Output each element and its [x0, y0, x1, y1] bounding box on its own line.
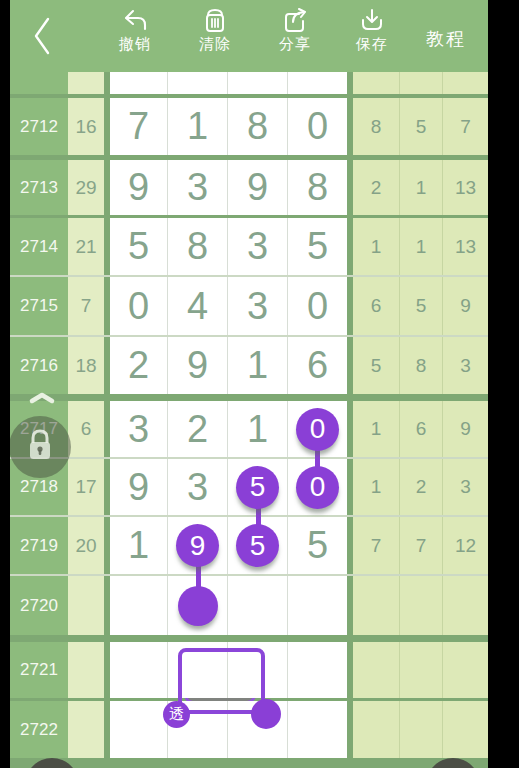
- digit-cell[interactable]: 3: [228, 277, 288, 335]
- circled-digit[interactable]: 9: [176, 524, 219, 567]
- stat-value: 3: [443, 337, 488, 394]
- stat-value: 3: [443, 459, 488, 515]
- table-row: 27132993982113: [10, 160, 488, 215]
- back-button[interactable]: [32, 16, 54, 56]
- digit-cell[interactable]: [110, 576, 168, 635]
- digit-cell[interactable]: 9: [228, 160, 288, 215]
- digit-cell[interactable]: 8: [288, 160, 347, 215]
- period-label: 2721: [10, 642, 68, 698]
- stat-value: 13: [443, 160, 488, 215]
- digit-cell[interactable]: 1: [110, 517, 168, 574]
- stat-value: [443, 576, 488, 635]
- digit-cell[interactable]: 9: [110, 160, 168, 215]
- stat-value: 2: [400, 459, 443, 515]
- digit-cell[interactable]: 3: [228, 218, 288, 275]
- digit-cell[interactable]: 5: [288, 517, 347, 574]
- sum-value: 7: [68, 277, 104, 335]
- digit-cell[interactable]: 0: [110, 277, 168, 335]
- stat-value: [353, 576, 400, 635]
- digit-cell[interactable]: 4: [168, 277, 228, 335]
- toolbar: 撤销 清除 分享: [10, 0, 488, 72]
- save-label: 保存: [340, 35, 404, 54]
- clear-label: 清除: [183, 35, 247, 54]
- stat-value: 1: [400, 218, 443, 275]
- stat-value: 1: [353, 459, 400, 515]
- digit-cell[interactable]: [228, 642, 288, 698]
- stat-value: 7: [353, 517, 400, 574]
- digit-cell[interactable]: [228, 72, 288, 94]
- row-separator: [10, 758, 488, 768]
- table-row-partial: [10, 72, 488, 94]
- digit-cell[interactable]: 1: [168, 98, 228, 155]
- stat-value: [400, 701, 443, 758]
- digit-cell[interactable]: 3: [168, 160, 228, 215]
- digit-cell[interactable]: 0: [288, 459, 347, 515]
- table-row: 2712167180857: [10, 98, 488, 155]
- sum-value: 16: [68, 98, 104, 155]
- circled-digit[interactable]: 5: [236, 466, 279, 509]
- circled-digit[interactable]: 5: [236, 524, 279, 567]
- stat-value: 7: [400, 517, 443, 574]
- digit-cell[interactable]: 5: [228, 517, 288, 574]
- stat-value: 13: [443, 218, 488, 275]
- stat-value: [400, 72, 443, 94]
- undo-button[interactable]: 撤销: [103, 8, 167, 54]
- digit-cell[interactable]: 9: [168, 337, 228, 394]
- circled-digit[interactable]: 0: [296, 466, 339, 509]
- table-row: 271763210169: [10, 401, 488, 457]
- digit-cell[interactable]: [228, 576, 288, 635]
- sum-value: [68, 642, 104, 698]
- stat-value: 1: [353, 401, 400, 457]
- digit-cell[interactable]: [288, 642, 347, 698]
- digit-cell[interactable]: [110, 72, 168, 94]
- stat-value: [443, 642, 488, 698]
- stat-value: [443, 701, 488, 758]
- digit-cell[interactable]: [168, 642, 228, 698]
- digit-cell[interactable]: 5: [288, 218, 347, 275]
- table-row: 2716182916583: [10, 337, 488, 394]
- period-label: [10, 72, 68, 94]
- sum-value: 21: [68, 218, 104, 275]
- stat-value: [443, 72, 488, 94]
- table-row: 27192019557712: [10, 517, 488, 574]
- stat-value: 1: [353, 218, 400, 275]
- back-chevron-icon: [32, 42, 54, 59]
- digit-cell[interactable]: 9: [110, 459, 168, 515]
- digit-cell[interactable]: [288, 701, 347, 758]
- stat-value: 12: [443, 517, 488, 574]
- period-label: 2712: [10, 98, 68, 155]
- share-button[interactable]: 分享: [263, 8, 327, 54]
- digit-cell[interactable]: [228, 701, 288, 758]
- sum-value: 29: [68, 160, 104, 215]
- stat-value: 6: [400, 401, 443, 457]
- row-separator: [10, 394, 488, 401]
- period-label: 2720: [10, 576, 68, 635]
- stat-value: [353, 642, 400, 698]
- stat-value: 5: [400, 277, 443, 335]
- digit-cell[interactable]: [288, 576, 347, 635]
- stat-value: 9: [443, 277, 488, 335]
- stat-value: 2: [353, 160, 400, 215]
- stat-value: 7: [443, 98, 488, 155]
- stat-value: 5: [400, 98, 443, 155]
- period-label: 2719: [10, 517, 68, 574]
- row-separator: [10, 635, 488, 642]
- digit-cell[interactable]: [168, 576, 228, 635]
- app-window: 撤销 清除 分享: [10, 0, 488, 768]
- clear-button[interactable]: 清除: [183, 8, 247, 54]
- stat-value: 8: [400, 337, 443, 394]
- sum-value: [68, 576, 104, 635]
- digit-cell[interactable]: 6: [288, 337, 347, 394]
- table-row: 27142158351113: [10, 218, 488, 275]
- digit-cell[interactable]: 3: [110, 401, 168, 457]
- digit-cell[interactable]: 0: [288, 401, 347, 457]
- trash-icon: [183, 8, 247, 34]
- digit-cell[interactable]: 2: [168, 401, 228, 457]
- period-label: 2715: [10, 277, 68, 335]
- sum-value: 6: [68, 401, 104, 457]
- stat-value: 9: [443, 401, 488, 457]
- table-row: 2722: [10, 701, 488, 758]
- tutorial-button[interactable]: 教程: [416, 27, 476, 51]
- sum-value: [68, 701, 104, 758]
- stat-value: 6: [353, 277, 400, 335]
- sum-value: 17: [68, 459, 104, 515]
- digit-cell[interactable]: 2: [110, 337, 168, 394]
- digit-cell[interactable]: 7: [110, 98, 168, 155]
- digit-cell[interactable]: 5: [228, 459, 288, 515]
- annotation-dot[interactable]: [178, 586, 218, 626]
- sum-value: 20: [68, 517, 104, 574]
- trend-chart-table: 19百透 27121671808572713299398211327142158…: [10, 72, 488, 768]
- undo-icon: [103, 8, 167, 34]
- share-icon: [263, 8, 327, 34]
- save-button[interactable]: 保存: [340, 8, 404, 54]
- sum-value: [68, 72, 104, 94]
- digit-cell[interactable]: [288, 72, 347, 94]
- digit-cell[interactable]: 8: [228, 98, 288, 155]
- digit-cell[interactable]: 3: [168, 459, 228, 515]
- share-label: 分享: [263, 35, 327, 54]
- digit-cell[interactable]: 9: [168, 517, 228, 574]
- period-label: 2722: [10, 701, 68, 758]
- stat-value: [400, 576, 443, 635]
- stat-value: [353, 701, 400, 758]
- stat-value: 1: [400, 160, 443, 215]
- lock-button[interactable]: [10, 416, 71, 478]
- digit-cell[interactable]: [168, 72, 228, 94]
- digit-cell[interactable]: [110, 642, 168, 698]
- digit-cell[interactable]: 0: [288, 98, 347, 155]
- sum-value: 18: [68, 337, 104, 394]
- table-row: 2721: [10, 642, 488, 698]
- stat-value: 8: [353, 98, 400, 155]
- digit-cell[interactable]: 1: [228, 337, 288, 394]
- stat-value: [400, 642, 443, 698]
- digit-cell[interactable]: 0: [288, 277, 347, 335]
- digit-cell[interactable]: [110, 701, 168, 758]
- table-row: 271570430659: [10, 277, 488, 335]
- digit-cell[interactable]: 8: [168, 218, 228, 275]
- download-icon: [340, 8, 404, 34]
- digit-cell[interactable]: 5: [110, 218, 168, 275]
- table-row: 2718179350123: [10, 459, 488, 515]
- lock-icon: [23, 427, 57, 467]
- stat-value: 5: [353, 337, 400, 394]
- digit-cell[interactable]: 1: [228, 401, 288, 457]
- digit-cell[interactable]: [168, 701, 228, 758]
- period-label: 2714: [10, 218, 68, 275]
- period-label: 2716: [10, 337, 68, 394]
- table-row: 2720: [10, 576, 488, 635]
- period-label: 2713: [10, 160, 68, 215]
- undo-label: 撤销: [103, 35, 167, 54]
- stat-value: [353, 72, 400, 94]
- collapse-chevron-icon[interactable]: [28, 391, 56, 409]
- circled-digit[interactable]: 0: [296, 408, 339, 451]
